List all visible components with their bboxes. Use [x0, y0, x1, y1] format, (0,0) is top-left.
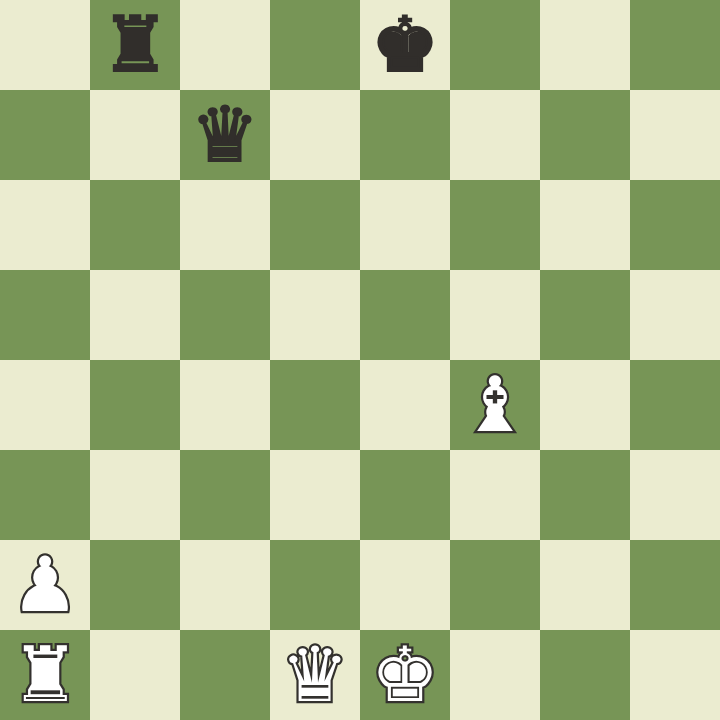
- square-f6[interactable]: [450, 180, 540, 270]
- square-f2[interactable]: [450, 540, 540, 630]
- square-f8[interactable]: [450, 0, 540, 90]
- square-b8[interactable]: ♜: [90, 0, 180, 90]
- piece-black-king[interactable]: ♚: [371, 0, 439, 90]
- square-e5[interactable]: [360, 270, 450, 360]
- square-g8[interactable]: [540, 0, 630, 90]
- square-h1[interactable]: [630, 630, 720, 720]
- square-b7[interactable]: [90, 90, 180, 180]
- piece-white-queen[interactable]: ♛: [281, 630, 349, 720]
- square-d7[interactable]: [270, 90, 360, 180]
- square-h7[interactable]: [630, 90, 720, 180]
- square-e1[interactable]: ♚: [360, 630, 450, 720]
- piece-white-bishop[interactable]: ♝: [461, 360, 529, 450]
- piece-white-rook[interactable]: ♜: [11, 630, 79, 720]
- square-d2[interactable]: [270, 540, 360, 630]
- square-d8[interactable]: [270, 0, 360, 90]
- square-b1[interactable]: [90, 630, 180, 720]
- square-c5[interactable]: [180, 270, 270, 360]
- square-h5[interactable]: [630, 270, 720, 360]
- square-h2[interactable]: [630, 540, 720, 630]
- square-d4[interactable]: [270, 360, 360, 450]
- square-c8[interactable]: [180, 0, 270, 90]
- square-a2[interactable]: ♟: [0, 540, 90, 630]
- square-g7[interactable]: [540, 90, 630, 180]
- square-d6[interactable]: [270, 180, 360, 270]
- square-h3[interactable]: [630, 450, 720, 540]
- square-f1[interactable]: [450, 630, 540, 720]
- square-c4[interactable]: [180, 360, 270, 450]
- square-g2[interactable]: [540, 540, 630, 630]
- square-a4[interactable]: [0, 360, 90, 450]
- square-c2[interactable]: [180, 540, 270, 630]
- square-f7[interactable]: [450, 90, 540, 180]
- square-e8[interactable]: ♚: [360, 0, 450, 90]
- square-f4[interactable]: ♝: [450, 360, 540, 450]
- piece-black-queen[interactable]: ♛: [191, 90, 259, 180]
- square-c6[interactable]: [180, 180, 270, 270]
- square-d1[interactable]: ♛: [270, 630, 360, 720]
- square-c1[interactable]: [180, 630, 270, 720]
- square-a1[interactable]: ♜: [0, 630, 90, 720]
- piece-black-rook[interactable]: ♜: [101, 0, 169, 90]
- square-a7[interactable]: [0, 90, 90, 180]
- square-a5[interactable]: [0, 270, 90, 360]
- piece-white-king[interactable]: ♚: [371, 630, 439, 720]
- square-h6[interactable]: [630, 180, 720, 270]
- square-e2[interactable]: [360, 540, 450, 630]
- square-h4[interactable]: [630, 360, 720, 450]
- square-b5[interactable]: [90, 270, 180, 360]
- square-e7[interactable]: [360, 90, 450, 180]
- chess-board: ♜♚♛♝♟♜♛♚: [0, 0, 720, 720]
- square-e3[interactable]: [360, 450, 450, 540]
- square-b6[interactable]: [90, 180, 180, 270]
- square-g4[interactable]: [540, 360, 630, 450]
- square-b3[interactable]: [90, 450, 180, 540]
- square-f3[interactable]: [450, 450, 540, 540]
- square-g5[interactable]: [540, 270, 630, 360]
- square-d3[interactable]: [270, 450, 360, 540]
- square-g6[interactable]: [540, 180, 630, 270]
- square-h8[interactable]: [630, 0, 720, 90]
- square-c7[interactable]: ♛: [180, 90, 270, 180]
- square-d5[interactable]: [270, 270, 360, 360]
- square-a3[interactable]: [0, 450, 90, 540]
- square-f5[interactable]: [450, 270, 540, 360]
- square-b4[interactable]: [90, 360, 180, 450]
- square-a8[interactable]: [0, 0, 90, 90]
- square-g3[interactable]: [540, 450, 630, 540]
- square-a6[interactable]: [0, 180, 90, 270]
- square-e4[interactable]: [360, 360, 450, 450]
- piece-white-pawn[interactable]: ♟: [11, 540, 79, 630]
- square-e6[interactable]: [360, 180, 450, 270]
- square-c3[interactable]: [180, 450, 270, 540]
- square-g1[interactable]: [540, 630, 630, 720]
- square-b2[interactable]: [90, 540, 180, 630]
